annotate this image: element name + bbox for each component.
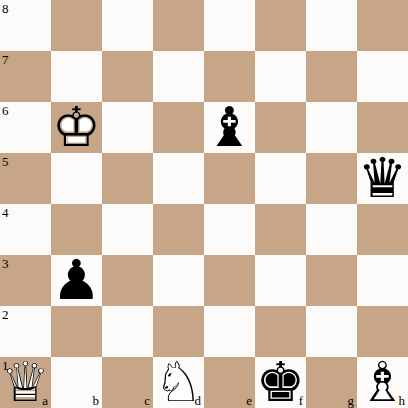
square-e6[interactable]: ♝ <box>204 102 255 153</box>
square-f3[interactable] <box>255 255 306 306</box>
square-g6[interactable] <box>306 102 357 153</box>
square-a1[interactable]: 1a♛♕ <box>0 357 51 408</box>
square-e3[interactable] <box>204 255 255 306</box>
square-h8[interactable] <box>357 0 408 51</box>
square-c2[interactable] <box>102 306 153 357</box>
square-d3[interactable] <box>153 255 204 306</box>
white-bishop-icon: ♗ <box>357 357 408 408</box>
file-label-g: g <box>348 394 355 407</box>
black-queen-icon: ♛ <box>357 153 408 204</box>
square-g8[interactable] <box>306 0 357 51</box>
piece-black-bishop-e6[interactable]: ♝ <box>204 102 255 153</box>
square-a3[interactable]: 3 <box>0 255 51 306</box>
piece-black-queen-h5[interactable]: ♛ <box>357 153 408 204</box>
square-a6[interactable]: 6 <box>0 102 51 153</box>
square-c6[interactable] <box>102 102 153 153</box>
rank-label-4: 4 <box>2 206 9 219</box>
square-d6[interactable] <box>153 102 204 153</box>
square-f5[interactable] <box>255 153 306 204</box>
square-d8[interactable] <box>153 0 204 51</box>
square-h4[interactable] <box>357 204 408 255</box>
square-g3[interactable] <box>306 255 357 306</box>
square-f8[interactable] <box>255 0 306 51</box>
square-c4[interactable] <box>102 204 153 255</box>
square-c7[interactable] <box>102 51 153 102</box>
square-b2[interactable] <box>51 306 102 357</box>
rank-label-5: 5 <box>2 155 9 168</box>
square-g4[interactable] <box>306 204 357 255</box>
file-label-c: c <box>144 394 150 407</box>
piece-black-pawn-b3[interactable]: ♟ <box>51 255 102 306</box>
square-d7[interactable] <box>153 51 204 102</box>
square-g7[interactable] <box>306 51 357 102</box>
square-e2[interactable] <box>204 306 255 357</box>
square-a8[interactable]: 8 <box>0 0 51 51</box>
square-f1[interactable]: f♚ <box>255 357 306 408</box>
square-g5[interactable] <box>306 153 357 204</box>
square-d4[interactable] <box>153 204 204 255</box>
rank-label-3: 3 <box>2 257 9 270</box>
white-knight-icon: ♘ <box>153 357 204 408</box>
chess-board: 876♚♔♝5♛43♟21a♛♕bcd♞♘ef♚gh♝♗ <box>0 0 408 408</box>
square-c5[interactable] <box>102 153 153 204</box>
white-queen-icon: ♕ <box>0 357 51 408</box>
file-label-e: e <box>246 394 252 407</box>
square-d1[interactable]: d♞♘ <box>153 357 204 408</box>
square-e5[interactable] <box>204 153 255 204</box>
square-h3[interactable] <box>357 255 408 306</box>
rank-label-7: 7 <box>2 53 9 66</box>
square-e8[interactable] <box>204 0 255 51</box>
square-g1[interactable]: g <box>306 357 357 408</box>
square-f7[interactable] <box>255 51 306 102</box>
black-king-icon: ♚ <box>255 357 306 408</box>
square-e1[interactable]: e <box>204 357 255 408</box>
square-b3[interactable]: ♟ <box>51 255 102 306</box>
square-h5[interactable]: ♛ <box>357 153 408 204</box>
square-d5[interactable] <box>153 153 204 204</box>
piece-white-knight-d1[interactable]: ♞♘ <box>153 357 204 408</box>
black-bishop-icon: ♝ <box>204 102 255 153</box>
square-e4[interactable] <box>204 204 255 255</box>
square-b5[interactable] <box>51 153 102 204</box>
rank-label-2: 2 <box>2 308 9 321</box>
white-king-icon: ♔ <box>51 102 102 153</box>
square-b6[interactable]: ♚♔ <box>51 102 102 153</box>
square-c8[interactable] <box>102 0 153 51</box>
square-h7[interactable] <box>357 51 408 102</box>
chess-board-container: 876♚♔♝5♛43♟21a♛♕bcd♞♘ef♚gh♝♗ <box>0 0 408 408</box>
square-b8[interactable] <box>51 0 102 51</box>
square-a5[interactable]: 5 <box>0 153 51 204</box>
square-f6[interactable] <box>255 102 306 153</box>
square-h1[interactable]: h♝♗ <box>357 357 408 408</box>
piece-white-bishop-h1[interactable]: ♝♗ <box>357 357 408 408</box>
piece-white-king-b6[interactable]: ♚♔ <box>51 102 102 153</box>
square-c1[interactable]: c <box>102 357 153 408</box>
square-g2[interactable] <box>306 306 357 357</box>
square-f4[interactable] <box>255 204 306 255</box>
rank-label-8: 8 <box>2 2 9 15</box>
square-a4[interactable]: 4 <box>0 204 51 255</box>
square-a7[interactable]: 7 <box>0 51 51 102</box>
black-pawn-icon: ♟ <box>51 255 102 306</box>
file-label-b: b <box>93 394 100 407</box>
rank-label-6: 6 <box>2 104 9 117</box>
square-c3[interactable] <box>102 255 153 306</box>
square-b1[interactable]: b <box>51 357 102 408</box>
piece-white-queen-a1[interactable]: ♛♕ <box>0 357 51 408</box>
piece-black-king-f1[interactable]: ♚ <box>255 357 306 408</box>
